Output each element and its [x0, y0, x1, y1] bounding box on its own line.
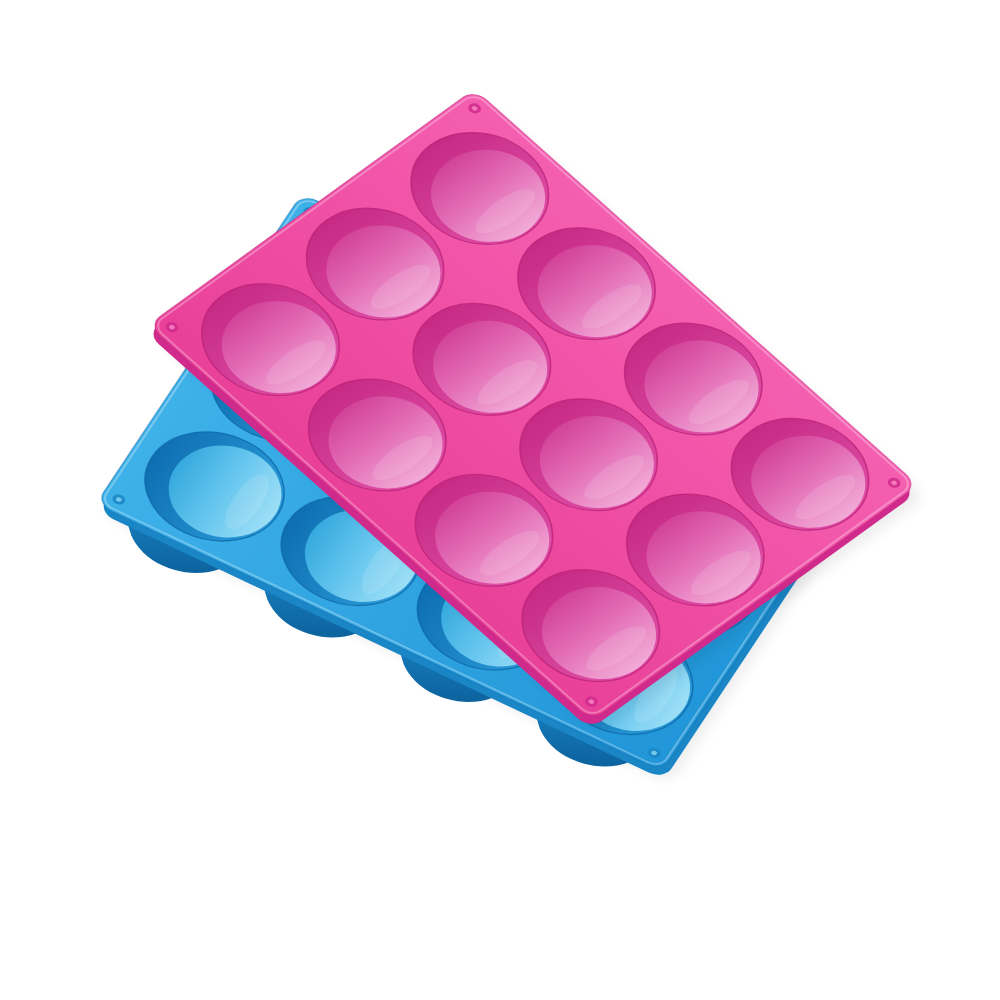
photo-canvas [0, 0, 1000, 1000]
product-photo [0, 0, 1000, 1000]
